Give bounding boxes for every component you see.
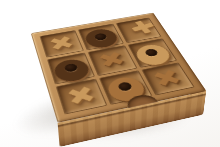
piece-o[interactable]: ● [79, 24, 122, 49]
cell-r2c0[interactable]: ✖ [57, 79, 106, 113]
o-piece-hole [144, 48, 159, 57]
o-piece-hole [94, 32, 108, 40]
cell-r1c1[interactable]: ✖ [89, 46, 136, 75]
piece-x[interactable]: ✖ [57, 79, 106, 113]
piece-x[interactable]: ✖ [89, 46, 136, 75]
cell-r2c1[interactable]: ● [100, 71, 150, 104]
cell-r1c0[interactable]: ● [48, 53, 94, 83]
o-piece-hole [63, 63, 78, 73]
piece-o[interactable]: ● [48, 53, 94, 83]
scene: ✖●✖●✖●✖●✖ [0, 0, 220, 147]
cell-r1c2[interactable]: ● [129, 39, 176, 67]
game-box: ✖●✖●✖●✖●✖ [31, 13, 206, 123]
cell-r0c1[interactable]: ● [79, 24, 122, 49]
piece-o[interactable]: ● [100, 71, 150, 104]
piece-x[interactable]: ✖ [142, 63, 193, 95]
o-piece-hole [117, 81, 133, 92]
photo-background: ✖●✖●✖●✖●✖ [0, 0, 220, 147]
piece-o[interactable]: ● [129, 39, 176, 67]
cell-r2c2[interactable]: ✖ [142, 63, 193, 95]
